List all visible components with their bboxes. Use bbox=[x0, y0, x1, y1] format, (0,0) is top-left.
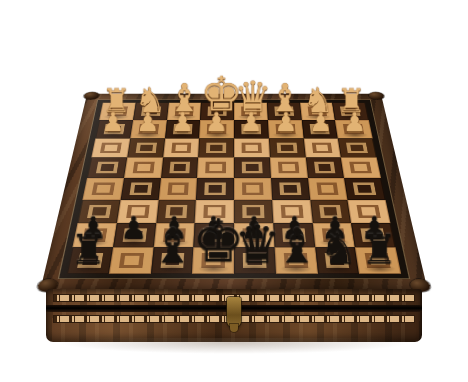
square-c5 bbox=[271, 178, 310, 200]
square-b2: ♟ bbox=[301, 120, 338, 138]
square-a5 bbox=[344, 178, 385, 200]
piece-black-bishop: ♝ bbox=[276, 223, 318, 271]
square-e3 bbox=[198, 138, 234, 157]
square-f2: ♟ bbox=[165, 120, 201, 138]
square-e5 bbox=[196, 178, 234, 200]
piece-white-pawn: ♟ bbox=[130, 109, 165, 135]
square-c4 bbox=[270, 158, 308, 178]
square-f4 bbox=[161, 158, 199, 178]
piece-white-pawn: ♟ bbox=[199, 109, 234, 135]
square-d8: ♛ bbox=[234, 248, 276, 274]
corner-roundel-icon bbox=[368, 92, 385, 100]
piece-black-pawn: ♟ bbox=[113, 213, 153, 244]
square-d4 bbox=[234, 158, 271, 178]
square-c8: ♝ bbox=[274, 248, 317, 274]
board-inner-trim: ♜♞♝♚♛♝♞♜♟♟♟♟♟♟♟♟♟♟♟♟♟♟♟♟♜♝♚♛♝♞♜ bbox=[58, 100, 410, 280]
square-c2: ♟ bbox=[268, 120, 304, 138]
square-e8: ♚ bbox=[192, 248, 234, 274]
box-front-face bbox=[46, 289, 422, 342]
square-g4 bbox=[124, 158, 163, 178]
square-d3 bbox=[234, 138, 270, 157]
square-g2: ♟ bbox=[130, 120, 167, 138]
corner-roundel-icon bbox=[83, 92, 100, 100]
piece-white-pawn: ♟ bbox=[338, 109, 373, 135]
piece-white-pawn: ♟ bbox=[234, 109, 269, 135]
square-f5 bbox=[158, 178, 197, 200]
square-h8: ♜ bbox=[67, 248, 113, 274]
piece-black-king: ♚ bbox=[192, 211, 234, 270]
piece-white-pawn: ♟ bbox=[96, 109, 131, 135]
brass-clasp bbox=[227, 297, 241, 327]
chess-board: ♜♞♝♚♛♝♞♜♟♟♟♟♟♟♟♟♟♟♟♟♟♟♟♟♜♝♚♛♝♞♜ bbox=[41, 94, 428, 289]
piece-white-pawn: ♟ bbox=[165, 109, 200, 135]
square-b4 bbox=[305, 158, 344, 178]
square-h5 bbox=[82, 178, 123, 200]
square-g8 bbox=[109, 248, 154, 274]
square-a3 bbox=[338, 138, 377, 157]
square-b5 bbox=[308, 178, 348, 200]
square-a2: ♟ bbox=[335, 120, 373, 138]
square-c3 bbox=[269, 138, 306, 157]
square-a8: ♜ bbox=[355, 248, 401, 274]
piece-black-rook: ♜ bbox=[359, 229, 401, 270]
square-d5 bbox=[234, 178, 272, 200]
board-frame: ♜♞♝♚♛♝♞♜♟♟♟♟♟♟♟♟♟♟♟♟♟♟♟♟♜♝♚♛♝♞♜ bbox=[41, 94, 428, 289]
square-g7: ♟ bbox=[113, 223, 156, 248]
square-b8: ♞ bbox=[315, 248, 360, 274]
square-g5 bbox=[120, 178, 160, 200]
square-e2: ♟ bbox=[199, 120, 234, 138]
square-a4 bbox=[341, 158, 381, 178]
square-b3 bbox=[303, 138, 341, 157]
floor-shadow bbox=[58, 338, 410, 354]
board-grid: ♜♞♝♚♛♝♞♜♟♟♟♟♟♟♟♟♟♟♟♟♟♟♟♟♜♝♚♛♝♞♜ bbox=[67, 103, 401, 274]
piece-black-queen: ♛ bbox=[234, 218, 276, 270]
square-f8: ♝ bbox=[150, 248, 193, 274]
chess-set-photo: ♜♞♝♚♛♝♞♜♟♟♟♟♟♟♟♟♟♟♟♟♟♟♟♟♜♝♚♛♝♞♜ bbox=[0, 0, 468, 382]
square-h3 bbox=[91, 138, 130, 157]
square-f3 bbox=[163, 138, 200, 157]
square-g3 bbox=[127, 138, 165, 157]
piece-black-rook: ♜ bbox=[68, 229, 110, 270]
piece-black-knight: ♞ bbox=[317, 227, 359, 270]
square-h4 bbox=[87, 158, 127, 178]
piece-white-pawn: ♟ bbox=[269, 109, 304, 135]
square-d2: ♟ bbox=[234, 120, 269, 138]
piece-white-pawn: ♟ bbox=[303, 109, 338, 135]
piece-black-bishop: ♝ bbox=[151, 223, 193, 271]
square-e4 bbox=[197, 158, 234, 178]
square-h2: ♟ bbox=[95, 120, 133, 138]
